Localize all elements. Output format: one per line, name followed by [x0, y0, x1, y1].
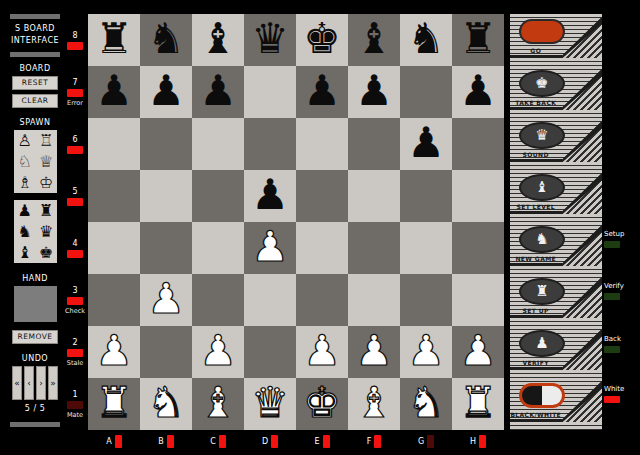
file-B-led [167, 435, 174, 448]
set-up-button[interactable]: ♜ [519, 278, 565, 305]
square-f8[interactable]: ♝ [348, 14, 400, 66]
rank-number: 3 [72, 286, 77, 295]
piece-black-pawn: ♟ [140, 66, 192, 118]
piece-black-pawn: ♟ [400, 118, 452, 170]
rank-5-led [67, 198, 83, 206]
piece-black-pawn: ♟ [348, 66, 400, 118]
undo-counter: 5 / 5 [8, 404, 62, 413]
rank-number: 8 [72, 31, 77, 40]
square-e4[interactable] [296, 222, 348, 274]
file-letter: C [210, 437, 216, 446]
spawn-white-pieces: ♙♖♘♕♗♔ [14, 130, 57, 193]
square-a5[interactable] [88, 170, 140, 222]
square-b3[interactable]: ♟ [140, 274, 192, 326]
spawn-white-knight[interactable]: ♘ [14, 151, 36, 172]
divider-bar [10, 52, 60, 57]
file-label-G: G [400, 431, 452, 451]
square-e7[interactable]: ♟ [296, 66, 348, 118]
piece-black-pawn: ♟ [192, 66, 244, 118]
rank-label-6: 6 [62, 118, 88, 170]
spawn-black-rook[interactable]: ♜ [36, 200, 58, 221]
piece-white-rook: ♜ [88, 378, 140, 430]
piece-black-pawn: ♟ [452, 66, 504, 118]
file-label-F: F [348, 431, 400, 451]
undo-forward-button[interactable]: › [36, 366, 46, 400]
new-game-button[interactable]: ♞ [519, 226, 565, 253]
rank-1-led [67, 401, 83, 409]
spawn-white-queen[interactable]: ♕ [36, 151, 58, 172]
status-verify-label: Verify [604, 282, 638, 290]
file-letter: H [470, 437, 476, 446]
spawn-white-rook[interactable]: ♖ [36, 130, 58, 151]
step-line [510, 263, 562, 266]
piece-black-knight: ♞ [400, 14, 452, 66]
square-e5[interactable] [296, 170, 348, 222]
rank-number: 2 [72, 338, 77, 347]
verify-button-label: VERIFY [510, 359, 562, 366]
piece-white-king: ♚ [296, 378, 348, 430]
undo-last-button[interactable]: » [48, 366, 58, 400]
square-b5[interactable] [140, 170, 192, 222]
black-white-button-label: BLACK/WHITE [510, 411, 562, 418]
file-letter: E [314, 437, 319, 446]
square-f7[interactable]: ♟ [348, 66, 400, 118]
square-d3[interactable] [244, 274, 296, 326]
rank-labels-column: 87Error6543Check2Stale1Mate [62, 14, 88, 430]
square-a1[interactable]: ♜ [88, 378, 140, 430]
spawn-black-pieces: ♟♜♞♛♝♚ [14, 200, 57, 263]
piece-black-bishop: ♝ [348, 14, 400, 66]
square-a8[interactable]: ♜ [88, 14, 140, 66]
step-line [510, 55, 562, 58]
square-h5[interactable] [452, 170, 504, 222]
square-d5[interactable]: ♟ [244, 170, 296, 222]
spawn-black-bishop[interactable]: ♝ [14, 242, 36, 263]
spawn-black-knight[interactable]: ♞ [14, 221, 36, 242]
status-setup: Setup [604, 230, 638, 248]
square-a4[interactable] [88, 222, 140, 274]
spawn-white-bishop[interactable]: ♗ [14, 172, 36, 193]
file-H-led [479, 435, 486, 448]
file-label-H: H [452, 431, 504, 451]
file-label-E: E [296, 431, 348, 451]
piece-white-bishop: ♝ [348, 378, 400, 430]
control-panel: GO♚TAKE BACK♛SOUND♝SET LEVEL♞NEW GAME♜SE… [510, 14, 602, 430]
square-f3[interactable] [348, 274, 400, 326]
step-line [510, 419, 562, 422]
square-h3[interactable] [452, 274, 504, 326]
status-back-label: Back [604, 335, 638, 343]
panel-row-black-white: BLACK/WHITE [510, 378, 602, 430]
spawn-white-pawn[interactable]: ♙ [14, 130, 36, 151]
file-letter: D [262, 437, 268, 446]
piece-black-rook: ♜ [88, 14, 140, 66]
rank-4-led [67, 250, 83, 258]
rank-label-2: 2Stale [62, 326, 88, 378]
rank-label-4: 4 [62, 222, 88, 274]
set-up-button-label: SET UP [510, 307, 562, 314]
status-verify: Verify [604, 282, 638, 300]
step-line [510, 367, 562, 370]
rank-label-5: 5 [62, 170, 88, 222]
step-line [510, 315, 562, 318]
file-F-led [374, 435, 381, 448]
piece-black-rook: ♜ [452, 14, 504, 66]
square-f1[interactable]: ♝ [348, 378, 400, 430]
square-f5[interactable] [348, 170, 400, 222]
piece-white-pawn: ♟ [244, 222, 296, 274]
piece-white-bishop: ♝ [192, 378, 244, 430]
divider-bar [10, 422, 60, 427]
piece-white-knight: ♞ [140, 378, 192, 430]
remove-button[interactable]: REMOVE [12, 330, 58, 344]
file-letter: G [418, 437, 424, 446]
go-button-label: GO [510, 47, 562, 54]
rank-number: 5 [72, 187, 77, 196]
verify-button[interactable]: ♟ [519, 330, 565, 357]
piece-black-pawn: ♟ [88, 66, 140, 118]
step-line [510, 211, 562, 214]
square-c7[interactable]: ♟ [192, 66, 244, 118]
status-verify-led [604, 293, 620, 300]
square-c5[interactable] [192, 170, 244, 222]
status-label-mate: Mate [67, 411, 83, 419]
sound-button-label: SOUND [510, 151, 562, 158]
square-c6[interactable] [192, 118, 244, 170]
square-f6[interactable] [348, 118, 400, 170]
square-b8[interactable]: ♞ [140, 14, 192, 66]
piece-black-pawn: ♟ [296, 66, 348, 118]
square-e8[interactable]: ♚ [296, 14, 348, 66]
rank-number: 7 [72, 78, 77, 87]
square-g2[interactable]: ♟ [400, 326, 452, 378]
app-title-line1: S BOARD [8, 24, 62, 33]
file-G-led [427, 435, 434, 448]
piece-black-pawn: ♟ [244, 170, 296, 222]
square-a6[interactable] [88, 118, 140, 170]
spawn-black-pawn[interactable]: ♟ [14, 200, 36, 221]
piece-black-queen: ♛ [244, 14, 296, 66]
status-white-led [604, 396, 620, 403]
square-c2[interactable]: ♟ [192, 326, 244, 378]
square-h4[interactable] [452, 222, 504, 274]
step-line [510, 159, 562, 162]
piece-white-pawn: ♟ [140, 274, 192, 326]
rank-number: 6 [72, 135, 77, 144]
square-h7[interactable]: ♟ [452, 66, 504, 118]
spawn-white-king[interactable]: ♔ [36, 172, 58, 193]
reset-button[interactable]: RESET [12, 76, 58, 90]
rank-label-8: 8 [62, 14, 88, 66]
app-title-line2: INTERFACE [8, 36, 62, 45]
square-c4[interactable] [192, 222, 244, 274]
piece-white-queen: ♛ [244, 378, 296, 430]
square-g1[interactable]: ♞ [400, 378, 452, 430]
square-g7[interactable] [400, 66, 452, 118]
black-white-button[interactable] [519, 383, 565, 408]
rank-label-3: 3Check [62, 274, 88, 326]
set-level-button[interactable]: ♝ [519, 174, 565, 201]
panel-row-take-back: ♚TAKE BACK [510, 66, 602, 118]
rank-8-led [67, 42, 83, 50]
piece-black-bishop: ♝ [192, 14, 244, 66]
take-back-button[interactable]: ♚ [519, 70, 565, 97]
spawn-section-label: SPAWN [8, 118, 62, 127]
file-label-D: D [244, 431, 296, 451]
square-e1[interactable]: ♚ [296, 378, 348, 430]
square-h6[interactable] [452, 118, 504, 170]
square-d1[interactable]: ♛ [244, 378, 296, 430]
panel-row-set-level: ♝SET LEVEL [510, 170, 602, 222]
square-c1[interactable]: ♝ [192, 378, 244, 430]
square-a7[interactable]: ♟ [88, 66, 140, 118]
hand-tray[interactable] [14, 286, 57, 322]
piece-white-pawn: ♟ [192, 326, 244, 378]
square-d8[interactable]: ♛ [244, 14, 296, 66]
sound-button[interactable]: ♛ [519, 122, 565, 149]
chess-board: ♜♞♝♛♚♝♞♜♟♟♟♟♟♟♟♟♟♟♟♟♟♟♟♟♜♞♝♛♚♝♞♜ [88, 14, 504, 430]
rank-number: 1 [72, 390, 77, 399]
square-e2[interactable]: ♟ [296, 326, 348, 378]
undo-section-label: UNDO [8, 354, 62, 363]
file-labels-row: ABCDEFGH [88, 431, 504, 451]
rank-label-7: 7Error [62, 66, 88, 118]
board-section-label: BOARD [8, 64, 62, 73]
status-back-led [604, 346, 620, 353]
rank-label-1: 1Mate [62, 378, 88, 430]
status-label-error: Error [67, 99, 83, 107]
spawn-black-queen[interactable]: ♛ [36, 221, 58, 242]
go-button[interactable] [519, 19, 565, 44]
square-g3[interactable] [400, 274, 452, 326]
status-setup-label: Setup [604, 230, 638, 238]
square-h2[interactable]: ♟ [452, 326, 504, 378]
chess-computer-interface: S BOARD INTERFACE BOARD RESET CLEAR SPAW… [0, 0, 640, 455]
square-a2[interactable]: ♟ [88, 326, 140, 378]
square-a3[interactable] [88, 274, 140, 326]
new-game-button-label: NEW GAME [510, 255, 562, 262]
panel-row-sound: ♛SOUND [510, 118, 602, 170]
rank-number: 4 [72, 239, 77, 248]
square-b1[interactable]: ♞ [140, 378, 192, 430]
step-line [510, 107, 562, 110]
status-white-label: White [604, 385, 638, 393]
square-h1[interactable]: ♜ [452, 378, 504, 430]
undo-first-button[interactable]: « [12, 366, 22, 400]
square-f4[interactable] [348, 222, 400, 274]
status-white: White [604, 385, 638, 403]
sidebar: S BOARD INTERFACE BOARD RESET CLEAR SPAW… [8, 12, 62, 442]
square-d6[interactable] [244, 118, 296, 170]
panel-row-go: GO [510, 14, 602, 66]
status-label-stale: Stale [67, 359, 83, 367]
piece-white-pawn: ♟ [400, 326, 452, 378]
file-label-A: A [88, 431, 140, 451]
set-level-button-label: SET LEVEL [510, 203, 562, 210]
square-g8[interactable]: ♞ [400, 14, 452, 66]
status-back: Back [604, 335, 638, 353]
square-b7[interactable]: ♟ [140, 66, 192, 118]
undo-back-button[interactable]: ‹ [24, 366, 34, 400]
file-D-led [271, 435, 278, 448]
square-d7[interactable] [244, 66, 296, 118]
piece-white-rook: ♜ [452, 378, 504, 430]
square-c3[interactable] [192, 274, 244, 326]
piece-white-pawn: ♟ [88, 326, 140, 378]
file-letter: F [367, 437, 372, 446]
hand-section-label: HAND [8, 274, 62, 283]
file-letter: A [106, 437, 111, 446]
panel-row-verify: ♟VERIFY [510, 326, 602, 378]
rank-2-led [67, 349, 83, 357]
panel-row-new-game: ♞NEW GAME [510, 222, 602, 274]
square-g6[interactable]: ♟ [400, 118, 452, 170]
divider-bar [10, 14, 60, 19]
square-h8[interactable]: ♜ [452, 14, 504, 66]
square-b2[interactable] [140, 326, 192, 378]
file-A-led [115, 435, 122, 448]
square-d2[interactable] [244, 326, 296, 378]
undo-controls: «‹›» [12, 366, 59, 400]
square-c8[interactable]: ♝ [192, 14, 244, 66]
square-f2[interactable]: ♟ [348, 326, 400, 378]
clear-button[interactable]: CLEAR [12, 94, 58, 108]
file-label-C: C [192, 431, 244, 451]
rank-7-led [67, 89, 83, 97]
file-E-led [323, 435, 330, 448]
square-g4[interactable] [400, 222, 452, 274]
file-letter: B [158, 437, 164, 446]
status-setup-led [604, 241, 620, 248]
take-back-button-label: TAKE BACK [510, 99, 562, 106]
file-label-B: B [140, 431, 192, 451]
piece-black-king: ♚ [296, 14, 348, 66]
spawn-black-king[interactable]: ♚ [36, 242, 58, 263]
piece-white-pawn: ♟ [452, 326, 504, 378]
panel-row-set-up: ♜SET UP [510, 274, 602, 326]
status-label-check: Check [65, 307, 85, 315]
rank-6-led [67, 146, 83, 154]
square-e3[interactable] [296, 274, 348, 326]
square-e6[interactable] [296, 118, 348, 170]
square-b4[interactable] [140, 222, 192, 274]
piece-white-knight: ♞ [400, 378, 452, 430]
square-b6[interactable] [140, 118, 192, 170]
rank-3-led [67, 297, 83, 305]
file-C-led [219, 435, 226, 448]
piece-white-pawn: ♟ [348, 326, 400, 378]
square-g5[interactable] [400, 170, 452, 222]
piece-black-knight: ♞ [140, 14, 192, 66]
piece-white-pawn: ♟ [296, 326, 348, 378]
square-d4[interactable]: ♟ [244, 222, 296, 274]
